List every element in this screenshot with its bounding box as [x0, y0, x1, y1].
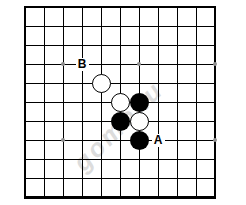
- star-point: [61, 62, 65, 66]
- star-point: [61, 138, 65, 142]
- star-point: [213, 62, 217, 66]
- white-stone: [92, 74, 111, 93]
- black-stone: [130, 93, 149, 112]
- black-stone: [111, 112, 130, 131]
- white-stone: [111, 93, 130, 112]
- star-point: [137, 62, 141, 66]
- white-stone: [130, 112, 149, 131]
- point-label-A: A: [152, 134, 165, 147]
- black-stone: [130, 131, 149, 150]
- star-point: [213, 138, 217, 142]
- gomoku-diagram: gomoku BA: [0, 0, 246, 205]
- board-stone-grid: BA: [16, 0, 225, 205]
- point-label-B: B: [76, 58, 89, 71]
